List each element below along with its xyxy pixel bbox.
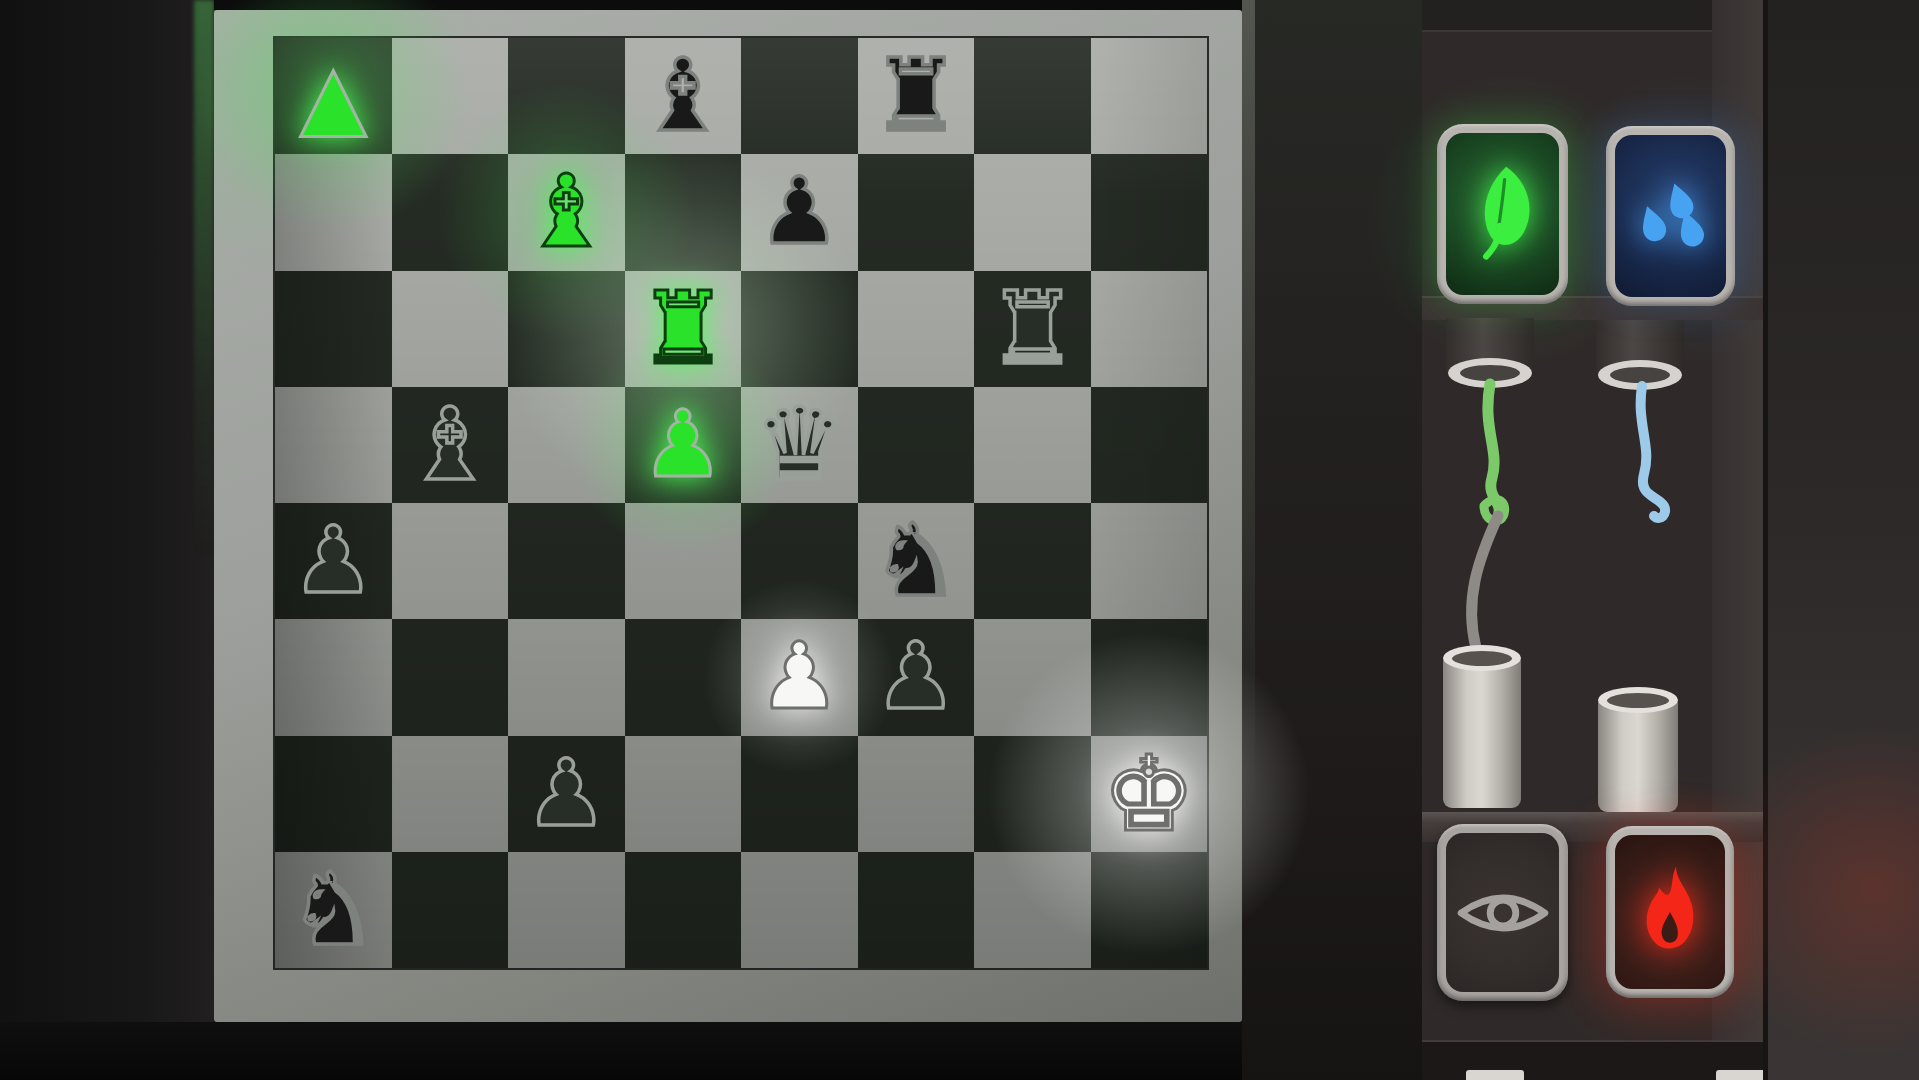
blue-wire[interactable]	[1641, 386, 1665, 518]
square-g2[interactable]	[974, 736, 1091, 852]
square-b1[interactable]	[392, 852, 509, 968]
piece-gray-queen[interactable]: ♛	[754, 395, 844, 495]
floor	[0, 1022, 1422, 1080]
square-c6[interactable]	[508, 271, 625, 387]
red-floor-glow	[1703, 700, 1919, 1080]
ceiling-shadow	[214, 0, 1242, 10]
square-h3[interactable]	[1091, 619, 1208, 735]
panel-foot-tab	[1466, 1070, 1524, 1080]
square-e4[interactable]	[741, 503, 858, 619]
fire-icon	[1632, 862, 1708, 962]
piece-black-rook[interactable]: ♜	[871, 46, 961, 146]
square-g3[interactable]	[974, 619, 1091, 735]
square-g6[interactable]: ♜	[974, 271, 1091, 387]
square-d8[interactable]: ♝	[625, 38, 742, 154]
square-f3[interactable]: ♟	[858, 619, 975, 735]
right-wall	[1763, 0, 1919, 1080]
piece-black-knight[interactable]: ♞	[871, 511, 961, 611]
square-b4[interactable]	[392, 503, 509, 619]
water-button-screen	[1615, 135, 1726, 297]
square-b6[interactable]	[392, 271, 509, 387]
square-c7[interactable]: ♝	[508, 154, 625, 270]
square-g1[interactable]	[974, 852, 1091, 968]
square-c5[interactable]	[508, 387, 625, 503]
middle-wall	[1242, 0, 1422, 1080]
piece-gray-pawn[interactable]: ♟	[875, 631, 957, 723]
piece-white-king[interactable]: ♚	[1102, 742, 1195, 846]
green-light-edge	[194, 0, 214, 560]
cup-opening	[1452, 651, 1512, 666]
square-f5[interactable]	[858, 387, 975, 503]
square-e8[interactable]	[741, 38, 858, 154]
square-e6[interactable]	[741, 271, 858, 387]
tall-cup[interactable]	[1443, 656, 1521, 808]
square-c2[interactable]: ♟	[508, 736, 625, 852]
eye-icon	[1456, 881, 1550, 945]
piece-black-bishop[interactable]: ♝	[638, 46, 728, 146]
water-button[interactable]	[1606, 126, 1735, 306]
square-a2[interactable]	[275, 736, 392, 852]
square-c1[interactable]	[508, 852, 625, 968]
square-h4[interactable]	[1091, 503, 1208, 619]
board: ▲♝♜♝♟♜♜♝♟♛♟♞♟♟♟♚♞	[275, 38, 1207, 968]
square-a8[interactable]: ▲	[275, 38, 392, 154]
square-a6[interactable]	[275, 271, 392, 387]
square-h7[interactable]	[1091, 154, 1208, 270]
piece-green-rook[interactable]: ♜	[638, 279, 728, 379]
square-a5[interactable]	[275, 387, 392, 503]
leaf-icon	[1463, 161, 1543, 267]
square-h8[interactable]	[1091, 38, 1208, 154]
eye-button-screen	[1446, 833, 1559, 992]
square-g7[interactable]	[974, 154, 1091, 270]
square-d2[interactable]	[625, 736, 742, 852]
square-g8[interactable]	[974, 38, 1091, 154]
square-e3[interactable]: ♟	[741, 619, 858, 735]
piece-green-bishop[interactable]: ♝	[521, 162, 611, 262]
square-e7[interactable]: ♟	[741, 154, 858, 270]
square-e2[interactable]	[741, 736, 858, 852]
square-f7[interactable]	[858, 154, 975, 270]
eye-button[interactable]	[1437, 824, 1568, 1001]
piece-black-knight[interactable]: ♞	[288, 860, 378, 960]
square-f2[interactable]	[858, 736, 975, 852]
square-f1[interactable]	[858, 852, 975, 968]
square-g4[interactable]	[974, 503, 1091, 619]
square-a1[interactable]: ♞	[275, 852, 392, 968]
cup-opening	[1607, 693, 1669, 708]
piece-gray-pawn[interactable]: ♟	[525, 748, 607, 840]
square-h1[interactable]	[1091, 852, 1208, 968]
square-a7[interactable]	[275, 154, 392, 270]
square-d3[interactable]	[625, 619, 742, 735]
square-a3[interactable]	[275, 619, 392, 735]
piece-gray-rook[interactable]: ♜	[987, 279, 1077, 379]
square-e5[interactable]: ♛	[741, 387, 858, 503]
square-f8[interactable]: ♜	[858, 38, 975, 154]
square-b3[interactable]	[392, 619, 509, 735]
square-h5[interactable]	[1091, 387, 1208, 503]
short-cup[interactable]	[1598, 698, 1678, 812]
square-f6[interactable]	[858, 271, 975, 387]
square-h6[interactable]	[1091, 271, 1208, 387]
piece-green-pawn[interactable]: ♟	[642, 399, 724, 491]
square-d1[interactable]	[625, 852, 742, 968]
piece-black-pawn[interactable]: ♟	[758, 166, 840, 258]
square-a4[interactable]: ♟	[275, 503, 392, 619]
piece-gray-bishop[interactable]: ♝	[405, 395, 495, 495]
water-drops-icon	[1627, 170, 1715, 262]
square-b7[interactable]	[392, 154, 509, 270]
frame-edge-highlight	[1242, 0, 1255, 900]
square-b2[interactable]	[392, 736, 509, 852]
leaf-button-screen	[1446, 133, 1559, 295]
square-d7[interactable]	[625, 154, 742, 270]
piece-gray-pawn[interactable]: ♟	[292, 515, 374, 607]
square-c3[interactable]	[508, 619, 625, 735]
leaf-button[interactable]	[1437, 124, 1568, 304]
square-d5[interactable]: ♟	[625, 387, 742, 503]
square-d4[interactable]	[625, 503, 742, 619]
square-b8[interactable]	[392, 38, 509, 154]
square-b5[interactable]: ♝	[392, 387, 509, 503]
square-g5[interactable]	[974, 387, 1091, 503]
square-h2[interactable]: ♚	[1091, 736, 1208, 852]
square-d6[interactable]: ♜	[625, 271, 742, 387]
square-c8[interactable]	[508, 38, 625, 154]
square-c4[interactable]	[508, 503, 625, 619]
square-e1[interactable]	[741, 852, 858, 968]
square-f4[interactable]: ♞	[858, 503, 975, 619]
piece-white-pawn[interactable]: ♟	[758, 631, 840, 723]
left-wall	[0, 0, 214, 1080]
scene: ▲♝♜♝♟♜♜♝♟♛♟♞♟♟♟♚♞	[0, 0, 1919, 1080]
piece-green-triangle[interactable]: ▲	[300, 53, 366, 139]
